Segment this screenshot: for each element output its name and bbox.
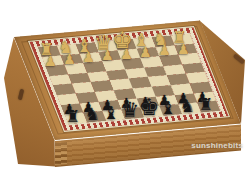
piece-white-pawn[interactable]: ♟ — [158, 43, 171, 57]
piece-black-queen[interactable]: ♛ — [121, 100, 140, 121]
piece-black-rook[interactable]: ♜ — [66, 109, 80, 125]
finger-joints — [55, 141, 67, 164]
piece-white-pawn[interactable]: ♟ — [101, 48, 114, 62]
watermark: sunshinebits — [191, 141, 243, 150]
piece-black-king[interactable]: ♚ — [139, 96, 160, 119]
piece-black-bishop[interactable]: ♝ — [103, 104, 119, 122]
piece-white-pawn[interactable]: ♟ — [82, 50, 95, 64]
chess-set-photo: ♜♞♝♛♚♝♞♜♟♟♟♟♟♟♟♟♟♟♟♟♟♟♟♟♜♞♝♛♚♝♞♜ sunshin… — [0, 0, 250, 193]
piece-white-pawn[interactable]: ♟ — [139, 45, 152, 59]
piece-white-pawn[interactable]: ♟ — [120, 46, 133, 60]
piece-white-pawn[interactable]: ♟ — [44, 53, 57, 67]
piece-black-bishop[interactable]: ♝ — [160, 99, 176, 117]
piece-black-knight[interactable]: ♞ — [179, 98, 194, 115]
piece-white-pawn[interactable]: ♟ — [63, 52, 76, 66]
piece-black-knight[interactable]: ♞ — [84, 106, 99, 123]
piece-black-rook[interactable]: ♜ — [199, 97, 213, 113]
piece-white-pawn[interactable]: ♟ — [177, 41, 190, 55]
